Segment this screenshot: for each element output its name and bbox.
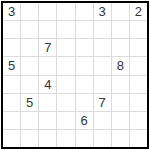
empty-cell-r6c7[interactable]	[112, 94, 129, 111]
empty-cell-r4c8[interactable]	[130, 57, 147, 74]
empty-cell-r8c6[interactable]	[94, 130, 111, 147]
empty-cell-r2c1[interactable]	[3, 21, 20, 38]
empty-cell-r4c5[interactable]	[76, 57, 93, 74]
empty-cell-r7c4[interactable]	[57, 112, 74, 129]
empty-cell-r1c3[interactable]	[39, 3, 56, 20]
empty-cell-r3c6[interactable]	[94, 39, 111, 56]
empty-cell-r7c8[interactable]	[130, 112, 147, 129]
empty-cell-r2c7[interactable]	[112, 21, 129, 38]
empty-cell-r6c5[interactable]	[76, 94, 93, 111]
empty-cell-r5c1[interactable]	[3, 76, 20, 93]
empty-cell-r5c5[interactable]	[76, 76, 93, 93]
empty-cell-r2c2[interactable]	[21, 21, 38, 38]
empty-cell-r8c5[interactable]	[76, 130, 93, 147]
empty-cell-r1c7[interactable]	[112, 3, 129, 20]
empty-cell-r3c2[interactable]	[21, 39, 38, 56]
given-cell-r4c7: 8	[112, 57, 129, 74]
given-cell-r7c5: 6	[76, 112, 93, 129]
empty-cell-r3c8[interactable]	[130, 39, 147, 56]
empty-cell-r1c2[interactable]	[21, 3, 38, 20]
empty-cell-r8c2[interactable]	[21, 130, 38, 147]
given-cell-r6c2: 5	[21, 94, 38, 111]
empty-cell-r2c4[interactable]	[57, 21, 74, 38]
given-cell-r5c3: 4	[39, 76, 56, 93]
empty-cell-r5c7[interactable]	[112, 76, 129, 93]
empty-cell-r7c3[interactable]	[39, 112, 56, 129]
empty-cell-r7c2[interactable]	[21, 112, 38, 129]
empty-cell-r2c5[interactable]	[76, 21, 93, 38]
empty-cell-r1c5[interactable]	[76, 3, 93, 20]
empty-cell-r8c8[interactable]	[130, 130, 147, 147]
empty-cell-r6c3[interactable]	[39, 94, 56, 111]
empty-cell-r6c8[interactable]	[130, 94, 147, 111]
empty-cell-r3c7[interactable]	[112, 39, 129, 56]
empty-cell-r4c6[interactable]	[94, 57, 111, 74]
empty-cell-r5c8[interactable]	[130, 76, 147, 93]
empty-cell-r2c6[interactable]	[94, 21, 111, 38]
empty-cell-r4c3[interactable]	[39, 57, 56, 74]
empty-cell-r6c1[interactable]	[3, 94, 20, 111]
empty-cell-r8c1[interactable]	[3, 130, 20, 147]
empty-cell-r3c1[interactable]	[3, 39, 20, 56]
given-cell-r1c1: 3	[3, 3, 20, 20]
empty-cell-r5c2[interactable]	[21, 76, 38, 93]
empty-cell-r7c6[interactable]	[94, 112, 111, 129]
empty-cell-r5c6[interactable]	[94, 76, 111, 93]
empty-cell-r7c1[interactable]	[3, 112, 20, 129]
empty-cell-r8c7[interactable]	[112, 130, 129, 147]
empty-cell-r3c5[interactable]	[76, 39, 93, 56]
given-cell-r3c3: 7	[39, 39, 56, 56]
empty-cell-r4c2[interactable]	[21, 57, 38, 74]
empty-cell-r6c4[interactable]	[57, 94, 74, 111]
empty-cell-r7c7[interactable]	[112, 112, 129, 129]
empty-cell-r1c4[interactable]	[57, 3, 74, 20]
given-cell-r1c8: 2	[130, 3, 147, 20]
empty-cell-r8c4[interactable]	[57, 130, 74, 147]
empty-cell-r8c3[interactable]	[39, 130, 56, 147]
empty-cell-r5c4[interactable]	[57, 76, 74, 93]
puzzle-page: 3327584576	[0, 0, 150, 150]
given-cell-r6c6: 7	[94, 94, 111, 111]
empty-cell-r4c4[interactable]	[57, 57, 74, 74]
puzzle-board: 3327584576	[1, 1, 149, 149]
given-cell-r4c1: 5	[3, 57, 20, 74]
empty-cell-r2c3[interactable]	[39, 21, 56, 38]
empty-cell-r2c8[interactable]	[130, 21, 147, 38]
empty-cell-r3c4[interactable]	[57, 39, 74, 56]
given-cell-r1c6: 3	[94, 3, 111, 20]
